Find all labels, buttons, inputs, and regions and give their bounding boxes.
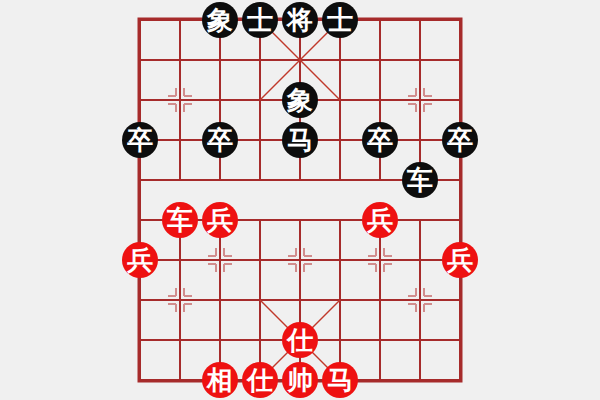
piece-red-horse[interactable]: 马 xyxy=(322,362,358,398)
piece-red-soldier[interactable]: 兵 xyxy=(362,202,398,238)
piece-red-soldier[interactable]: 兵 xyxy=(122,242,158,278)
piece-black-chariot[interactable]: 车 xyxy=(402,162,438,198)
piece-black-advisor[interactable]: 士 xyxy=(242,2,278,38)
piece-red-chariot[interactable]: 车 xyxy=(162,202,198,238)
piece-black-soldier[interactable]: 卒 xyxy=(442,122,478,158)
piece-red-king[interactable]: 帅 xyxy=(282,362,318,398)
piece-red-soldier[interactable]: 兵 xyxy=(442,242,478,278)
piece-black-king[interactable]: 将 xyxy=(282,2,318,38)
piece-black-soldier[interactable]: 卒 xyxy=(362,122,398,158)
piece-black-horse[interactable]: 马 xyxy=(282,122,318,158)
piece-red-elephant[interactable]: 相 xyxy=(202,362,238,398)
xiangqi-app: 象士将士象卒卒马卒卒车车兵兵兵兵仕相仕帅马 xyxy=(0,0,600,400)
piece-black-elephant[interactable]: 象 xyxy=(202,2,238,38)
piece-black-soldier[interactable]: 卒 xyxy=(202,122,238,158)
piece-black-elephant[interactable]: 象 xyxy=(282,82,318,118)
piece-red-advisor[interactable]: 仕 xyxy=(242,362,278,398)
xiangqi-board[interactable]: 象士将士象卒卒马卒卒车车兵兵兵兵仕相仕帅马 xyxy=(120,0,480,400)
piece-red-soldier[interactable]: 兵 xyxy=(202,202,238,238)
piece-black-soldier[interactable]: 卒 xyxy=(122,122,158,158)
piece-black-advisor[interactable]: 士 xyxy=(322,2,358,38)
piece-red-advisor[interactable]: 仕 xyxy=(282,322,318,358)
